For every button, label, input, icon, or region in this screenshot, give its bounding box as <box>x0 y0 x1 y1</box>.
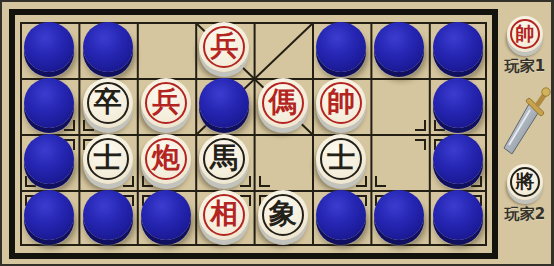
piece-char: 士 <box>327 144 355 172</box>
hidden-piece[interactable] <box>24 190 74 240</box>
board-cell-r3c2[interactable]: 士 <box>78 134 136 190</box>
piece-char: 傌 <box>269 88 297 116</box>
hidden-piece[interactable] <box>199 78 249 128</box>
board-cell-r1c3[interactable] <box>137 22 195 78</box>
hidden-piece[interactable] <box>24 78 74 128</box>
piece-char: 炮 <box>152 144 180 172</box>
hidden-piece[interactable] <box>316 190 366 240</box>
revealed-piece-士[interactable]: 士 <box>83 134 133 184</box>
board-cell-r2c6[interactable]: 帥 <box>312 78 370 134</box>
hidden-piece[interactable] <box>83 22 133 72</box>
board-cell-r1c8[interactable] <box>429 22 487 78</box>
board-cell-r4c4[interactable]: 相 <box>195 190 253 246</box>
board-cell-r4c8[interactable] <box>429 190 487 246</box>
hidden-piece[interactable] <box>433 78 483 128</box>
piece-char: 卒 <box>94 88 122 116</box>
player2-piece-char: 將 <box>516 172 535 191</box>
hidden-piece[interactable] <box>83 190 133 240</box>
revealed-piece-卒[interactable]: 卒 <box>83 78 133 128</box>
piece-char: 帥 <box>327 88 355 116</box>
piece-char: 馬 <box>210 144 238 172</box>
board-cell-r2c3[interactable]: 兵 <box>137 78 195 134</box>
board-cell-r2c7[interactable] <box>370 78 428 134</box>
board-cell-r3c3[interactable]: 炮 <box>137 134 195 190</box>
revealed-piece-士[interactable]: 士 <box>316 134 366 184</box>
sidebar: 帥 玩家1 將 玩家2 <box>498 0 552 266</box>
board-cell-r1c7[interactable] <box>370 22 428 78</box>
piece-char: 士 <box>94 144 122 172</box>
board-cell-r3c1[interactable] <box>20 134 78 190</box>
banqi-game-window: 兵卒兵傌帥士炮馬士相象 帥 玩家1 將 玩家2 <box>0 0 554 266</box>
board-cell-r4c7[interactable] <box>370 190 428 246</box>
piece-char: 兵 <box>210 32 238 60</box>
board-cell-r4c5[interactable]: 象 <box>254 190 312 246</box>
hidden-piece[interactable] <box>24 22 74 72</box>
player1-piece-char: 帥 <box>516 24 535 43</box>
board-cell-r4c2[interactable] <box>78 190 136 246</box>
board-cell-r4c1[interactable] <box>20 190 78 246</box>
hidden-piece[interactable] <box>433 134 483 184</box>
player1-label: 玩家1 <box>505 57 545 76</box>
piece-char: 相 <box>210 200 238 228</box>
board-grid: 兵卒兵傌帥士炮馬士相象 <box>20 22 487 246</box>
revealed-piece-帥[interactable]: 帥 <box>316 78 366 128</box>
hidden-piece[interactable] <box>316 22 366 72</box>
board-cell-r2c2[interactable]: 卒 <box>78 78 136 134</box>
player2-label: 玩家2 <box>505 205 545 224</box>
hidden-piece[interactable] <box>374 22 424 72</box>
board-cell-r3c7[interactable] <box>370 134 428 190</box>
revealed-piece-象[interactable]: 象 <box>258 190 308 240</box>
board-cell-r4c3[interactable] <box>137 190 195 246</box>
board-cell-r3c6[interactable]: 士 <box>312 134 370 190</box>
board-cell-r2c1[interactable] <box>20 78 78 134</box>
player2-piece-icon: 將 <box>507 164 543 200</box>
board-cell-r4c6[interactable] <box>312 190 370 246</box>
hidden-piece[interactable] <box>24 134 74 184</box>
revealed-piece-相[interactable]: 相 <box>199 190 249 240</box>
hidden-piece[interactable] <box>141 190 191 240</box>
board-cell-r1c2[interactable] <box>78 22 136 78</box>
hidden-piece[interactable] <box>374 190 424 240</box>
revealed-piece-傌[interactable]: 傌 <box>258 78 308 128</box>
board-cell-r2c4[interactable] <box>195 78 253 134</box>
hidden-piece[interactable] <box>433 22 483 72</box>
board-cell-r3c4[interactable]: 馬 <box>195 134 253 190</box>
board-cell-r2c5[interactable]: 傌 <box>254 78 312 134</box>
board-cell-r1c4[interactable]: 兵 <box>195 22 253 78</box>
board-cell-r1c6[interactable] <box>312 22 370 78</box>
piece-char: 兵 <box>152 88 180 116</box>
board-cell-r3c5[interactable] <box>254 134 312 190</box>
board-cell-r2c8[interactable] <box>429 78 487 134</box>
revealed-piece-兵[interactable]: 兵 <box>199 22 249 72</box>
player1-piece-icon: 帥 <box>507 16 543 52</box>
board-cell-r3c8[interactable] <box>429 134 487 190</box>
sword-icon <box>498 84 552 158</box>
revealed-piece-兵[interactable]: 兵 <box>141 78 191 128</box>
board-cell-r1c5[interactable] <box>254 22 312 78</box>
board-cell-r1c1[interactable] <box>20 22 78 78</box>
hidden-piece[interactable] <box>433 190 483 240</box>
revealed-piece-馬[interactable]: 馬 <box>199 134 249 184</box>
revealed-piece-炮[interactable]: 炮 <box>141 134 191 184</box>
piece-char: 象 <box>269 200 297 228</box>
